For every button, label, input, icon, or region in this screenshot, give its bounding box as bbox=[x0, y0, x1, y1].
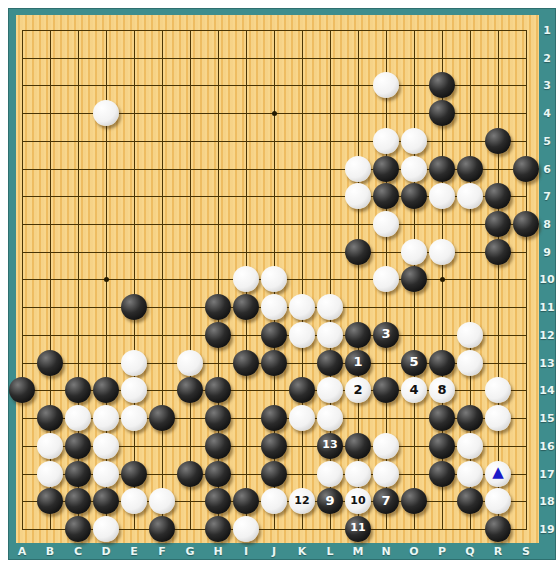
stone-L15-white bbox=[317, 405, 343, 431]
stone-R9-black bbox=[485, 239, 511, 265]
col-label-B: B bbox=[46, 545, 54, 558]
stone-I11-black bbox=[233, 294, 259, 320]
stone-K15-white bbox=[289, 405, 315, 431]
stone-E14-white bbox=[121, 377, 147, 403]
row-label-2: 2 bbox=[543, 51, 551, 64]
stone-M13-black: 1 bbox=[345, 350, 371, 376]
row-label-14: 14 bbox=[539, 384, 554, 397]
stone-B13-black bbox=[37, 350, 63, 376]
stone-R8-black bbox=[485, 211, 511, 237]
stone-Q12-white bbox=[457, 322, 483, 348]
move-number-label: 2 bbox=[353, 383, 362, 396]
row-label-16: 16 bbox=[539, 439, 554, 452]
move-number-label: 5 bbox=[409, 355, 418, 368]
stone-L14-white bbox=[317, 377, 343, 403]
stone-S6-black bbox=[513, 156, 539, 182]
goban[interactable]: 31524813▲12910711 bbox=[16, 15, 539, 543]
stone-M6-white bbox=[345, 156, 371, 182]
stone-O14-white: 4 bbox=[401, 377, 427, 403]
triangle-marker-icon: ▲ bbox=[492, 465, 504, 480]
stone-D4-white bbox=[93, 100, 119, 126]
move-number-label: 9 bbox=[325, 494, 334, 507]
col-label-H: H bbox=[213, 545, 222, 558]
stone-N17-white bbox=[373, 461, 399, 487]
stone-N18-black: 7 bbox=[373, 488, 399, 514]
row-label-7: 7 bbox=[543, 190, 551, 203]
col-label-K: K bbox=[298, 545, 307, 558]
stone-H17-black bbox=[205, 461, 231, 487]
stone-J17-black bbox=[261, 461, 287, 487]
stone-P13-black bbox=[429, 350, 455, 376]
go-diagram-page: 31524813▲12910711 ABCDEFGHIJKLMNOPQRS123… bbox=[0, 0, 558, 563]
stone-R15-white bbox=[485, 405, 511, 431]
stone-N6-black bbox=[373, 156, 399, 182]
stone-J13-black bbox=[261, 350, 287, 376]
stone-R7-black bbox=[485, 183, 511, 209]
row-label-3: 3 bbox=[543, 79, 551, 92]
grid-line-vertical bbox=[302, 30, 303, 530]
stone-J12-black bbox=[261, 322, 287, 348]
stone-O7-black bbox=[401, 183, 427, 209]
stone-J18-white bbox=[261, 488, 287, 514]
row-label-18: 18 bbox=[539, 495, 554, 508]
col-label-P: P bbox=[438, 545, 446, 558]
stone-R14-white bbox=[485, 377, 511, 403]
stone-O6-white bbox=[401, 156, 427, 182]
grid-line-vertical bbox=[498, 30, 499, 530]
stone-Q15-black bbox=[457, 405, 483, 431]
stone-E13-white bbox=[121, 350, 147, 376]
stone-Q13-white bbox=[457, 350, 483, 376]
col-label-S: S bbox=[522, 545, 530, 558]
stone-D19-white bbox=[93, 516, 119, 542]
stone-R17-white: ▲ bbox=[485, 461, 511, 487]
stone-C16-black bbox=[65, 433, 91, 459]
stone-M12-black bbox=[345, 322, 371, 348]
col-label-F: F bbox=[158, 545, 166, 558]
move-number-label: 12 bbox=[294, 495, 309, 506]
stone-F19-black bbox=[149, 516, 175, 542]
stone-H15-black bbox=[205, 405, 231, 431]
stone-P15-black bbox=[429, 405, 455, 431]
stone-O9-white bbox=[401, 239, 427, 265]
col-label-Q: Q bbox=[465, 545, 474, 558]
stone-F15-black bbox=[149, 405, 175, 431]
stone-K14-black bbox=[289, 377, 315, 403]
stone-N3-white bbox=[373, 72, 399, 98]
stone-N14-black bbox=[373, 377, 399, 403]
row-label-5: 5 bbox=[543, 134, 551, 147]
stone-B18-black bbox=[37, 488, 63, 514]
col-label-M: M bbox=[353, 545, 364, 558]
move-number-label: 4 bbox=[409, 383, 418, 396]
stone-K12-white bbox=[289, 322, 315, 348]
stone-E11-black bbox=[121, 294, 147, 320]
stone-M17-white bbox=[345, 461, 371, 487]
move-number-label: 3 bbox=[381, 327, 390, 340]
stone-P6-black bbox=[429, 156, 455, 182]
stone-J16-black bbox=[261, 433, 287, 459]
stone-G13-white bbox=[177, 350, 203, 376]
grid-line-vertical bbox=[526, 30, 527, 530]
stone-G14-black bbox=[177, 377, 203, 403]
stone-P4-black bbox=[429, 100, 455, 126]
col-label-G: G bbox=[185, 545, 194, 558]
stone-H16-black bbox=[205, 433, 231, 459]
move-number-label: 10 bbox=[350, 495, 365, 506]
stone-I13-black bbox=[233, 350, 259, 376]
stone-N8-white bbox=[373, 211, 399, 237]
star-point bbox=[440, 277, 445, 282]
stone-M9-black bbox=[345, 239, 371, 265]
stone-K11-white bbox=[289, 294, 315, 320]
stone-C17-black bbox=[65, 461, 91, 487]
stone-I19-white bbox=[233, 516, 259, 542]
stone-R19-black bbox=[485, 516, 511, 542]
stone-L17-white bbox=[317, 461, 343, 487]
col-label-A: A bbox=[18, 545, 27, 558]
stone-P3-black bbox=[429, 72, 455, 98]
col-label-I: I bbox=[244, 545, 248, 558]
stone-J11-white bbox=[261, 294, 287, 320]
move-number-label: 8 bbox=[437, 383, 446, 396]
col-label-J: J bbox=[272, 545, 276, 558]
row-label-4: 4 bbox=[543, 107, 551, 120]
stone-Q6-black bbox=[457, 156, 483, 182]
stone-O13-black: 5 bbox=[401, 350, 427, 376]
col-label-R: R bbox=[494, 545, 502, 558]
stone-M19-black: 11 bbox=[345, 516, 371, 542]
row-label-6: 6 bbox=[543, 162, 551, 175]
stone-L13-black bbox=[317, 350, 343, 376]
stone-B17-white bbox=[37, 461, 63, 487]
stone-R18-white bbox=[485, 488, 511, 514]
stone-K18-white: 12 bbox=[289, 488, 315, 514]
row-label-8: 8 bbox=[543, 218, 551, 231]
stone-N10-white bbox=[373, 266, 399, 292]
stone-Q16-white bbox=[457, 433, 483, 459]
stone-D17-white bbox=[93, 461, 119, 487]
stone-J10-white bbox=[261, 266, 287, 292]
move-number-label: 7 bbox=[381, 494, 390, 507]
row-label-17: 17 bbox=[539, 467, 554, 480]
move-number-label: 1 bbox=[353, 355, 362, 368]
stone-M16-black bbox=[345, 433, 371, 459]
stone-F18-white bbox=[149, 488, 175, 514]
stone-H12-black bbox=[205, 322, 231, 348]
stone-D14-black bbox=[93, 377, 119, 403]
row-label-10: 10 bbox=[539, 273, 554, 286]
stone-B15-black bbox=[37, 405, 63, 431]
stone-L18-black: 9 bbox=[317, 488, 343, 514]
stone-Q18-black bbox=[457, 488, 483, 514]
stone-C15-white bbox=[65, 405, 91, 431]
row-label-1: 1 bbox=[543, 24, 551, 37]
stone-A14-black bbox=[9, 377, 35, 403]
stone-H14-black bbox=[205, 377, 231, 403]
stone-P16-black bbox=[429, 433, 455, 459]
stone-M7-white bbox=[345, 183, 371, 209]
stone-Q17-white bbox=[457, 461, 483, 487]
row-label-12: 12 bbox=[539, 328, 554, 341]
stone-C18-black bbox=[65, 488, 91, 514]
row-label-19: 19 bbox=[539, 522, 554, 535]
stone-N5-white bbox=[373, 128, 399, 154]
stone-C19-black bbox=[65, 516, 91, 542]
col-label-N: N bbox=[381, 545, 390, 558]
stone-Q7-white bbox=[457, 183, 483, 209]
stone-D15-white bbox=[93, 405, 119, 431]
stone-L11-white bbox=[317, 294, 343, 320]
stone-E17-black bbox=[121, 461, 147, 487]
col-label-E: E bbox=[130, 545, 138, 558]
stone-P17-black bbox=[429, 461, 455, 487]
stone-I18-black bbox=[233, 488, 259, 514]
stone-H18-black bbox=[205, 488, 231, 514]
col-label-D: D bbox=[101, 545, 110, 558]
row-label-9: 9 bbox=[543, 245, 551, 258]
stone-H11-black bbox=[205, 294, 231, 320]
col-label-L: L bbox=[326, 545, 333, 558]
stone-L16-black: 13 bbox=[317, 433, 343, 459]
stone-B16-white bbox=[37, 433, 63, 459]
col-label-C: C bbox=[74, 545, 82, 558]
stone-O10-black bbox=[401, 266, 427, 292]
stone-J15-black bbox=[261, 405, 287, 431]
row-label-11: 11 bbox=[539, 301, 554, 314]
stone-N16-white bbox=[373, 433, 399, 459]
stone-N12-black: 3 bbox=[373, 322, 399, 348]
stone-D16-white bbox=[93, 433, 119, 459]
stone-E18-white bbox=[121, 488, 147, 514]
stone-P9-white bbox=[429, 239, 455, 265]
move-number-label: 13 bbox=[322, 439, 337, 450]
stone-L12-white bbox=[317, 322, 343, 348]
stone-R5-black bbox=[485, 128, 511, 154]
stone-P14-white: 8 bbox=[429, 377, 455, 403]
row-label-13: 13 bbox=[539, 356, 554, 369]
stone-M14-white: 2 bbox=[345, 377, 371, 403]
stone-P7-white bbox=[429, 183, 455, 209]
move-number-label: 11 bbox=[350, 522, 365, 533]
stone-S8-black bbox=[513, 211, 539, 237]
stone-D18-black bbox=[93, 488, 119, 514]
stone-N7-black bbox=[373, 183, 399, 209]
col-label-O: O bbox=[409, 545, 418, 558]
stone-O5-white bbox=[401, 128, 427, 154]
stone-M18-white: 10 bbox=[345, 488, 371, 514]
stone-O18-black bbox=[401, 488, 427, 514]
row-label-15: 15 bbox=[539, 412, 554, 425]
stone-I10-white bbox=[233, 266, 259, 292]
star-point bbox=[272, 111, 277, 116]
stone-C14-black bbox=[65, 377, 91, 403]
stone-E15-white bbox=[121, 405, 147, 431]
stone-G17-black bbox=[177, 461, 203, 487]
star-point bbox=[104, 277, 109, 282]
stone-H19-black bbox=[205, 516, 231, 542]
